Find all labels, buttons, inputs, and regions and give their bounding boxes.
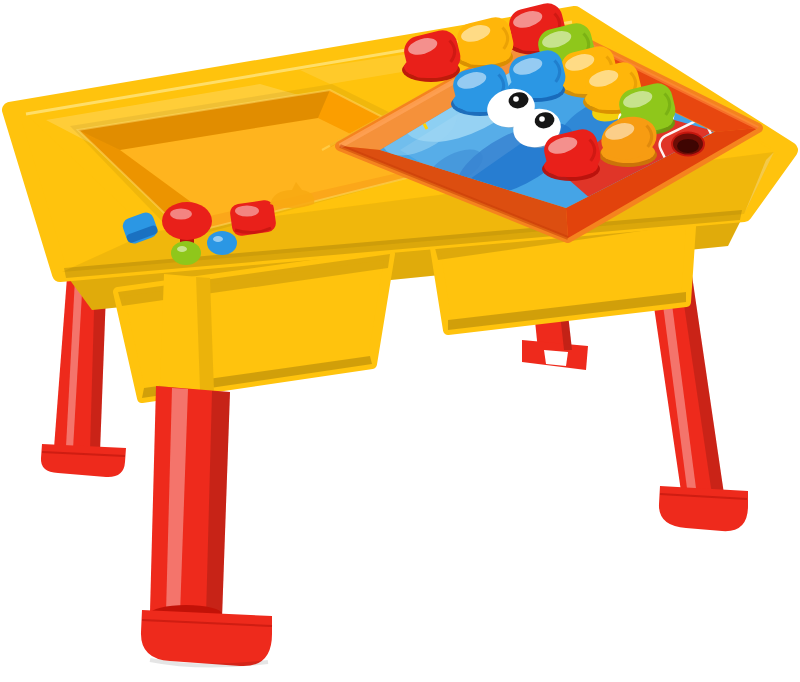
shape — [207, 231, 237, 255]
empty-peg-hole — [671, 132, 705, 157]
shape — [213, 236, 223, 242]
shape — [162, 202, 212, 240]
shape — [235, 206, 259, 217]
leg-foot — [141, 610, 272, 666]
leg-foot — [41, 444, 126, 477]
leg-foot — [659, 486, 748, 531]
shape — [177, 246, 187, 252]
shape — [170, 209, 192, 220]
play-table-scene — [0, 0, 800, 682]
tray-piece-ball-blue — [207, 231, 237, 255]
hole-depth — [677, 139, 699, 153]
tray-piece-ball-green — [171, 241, 201, 265]
tray-piece-square-block-red — [229, 199, 277, 237]
eye-glint — [513, 96, 519, 102]
eye-glint — [539, 116, 545, 122]
product-photo — [0, 0, 800, 682]
bracket-notch — [544, 350, 568, 366]
shape — [171, 241, 201, 265]
